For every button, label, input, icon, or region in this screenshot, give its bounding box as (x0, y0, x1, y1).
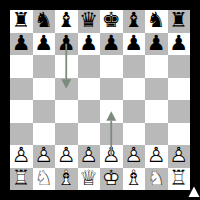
square-h2[interactable]: ♟♙ (168, 145, 191, 168)
black-queen[interactable]: ♛ (78, 10, 101, 33)
square-e1[interactable]: ♚♔ (100, 168, 123, 191)
piece-glyph: ♜ (12, 10, 31, 31)
square-f2[interactable]: ♟♙ (123, 145, 146, 168)
piece-outline-layer: ♙ (57, 145, 76, 166)
piece-outline-layer: ♙ (169, 145, 188, 166)
piece-outline-layer: ♙ (102, 145, 121, 166)
square-b7[interactable]: ♟ (33, 33, 56, 56)
square-e2[interactable]: ♟♙ (100, 145, 123, 168)
square-h5[interactable] (168, 78, 191, 101)
piece-outline-layer: ♙ (124, 145, 143, 166)
white-king[interactable]: ♚♔ (100, 168, 123, 191)
square-g5[interactable] (145, 78, 168, 101)
piece-glyph: ♝ (124, 10, 143, 31)
white-rook[interactable]: ♜♖ (10, 168, 33, 191)
square-h1[interactable]: ♜♖ (168, 168, 191, 191)
square-e8[interactable]: ♚ (100, 10, 123, 33)
black-pawn[interactable]: ♟ (55, 33, 78, 56)
black-knight[interactable]: ♞ (145, 10, 168, 33)
piece-outline-layer: ♙ (147, 145, 166, 166)
piece-glyph: ♟ (57, 33, 76, 54)
square-b4[interactable] (33, 100, 56, 123)
square-f7[interactable]: ♟ (123, 33, 146, 56)
square-f1[interactable]: ♝♗ (123, 168, 146, 191)
piece-outline-layer: ♙ (79, 145, 98, 166)
square-g8[interactable]: ♞ (145, 10, 168, 33)
black-king[interactable]: ♚ (100, 10, 123, 33)
black-pawn[interactable]: ♟ (100, 33, 123, 56)
square-a7[interactable]: ♟ (10, 33, 33, 56)
square-f6[interactable] (123, 55, 146, 78)
white-pawn[interactable]: ♟♙ (145, 145, 168, 168)
square-c3[interactable] (55, 123, 78, 146)
square-c4[interactable] (55, 100, 78, 123)
square-a2[interactable]: ♟♙ (10, 145, 33, 168)
white-to-move-indicator (189, 187, 200, 198)
square-h8[interactable]: ♜ (168, 10, 191, 33)
square-c8[interactable]: ♝ (55, 10, 78, 33)
piece-outline-layer: ♗ (57, 168, 76, 189)
black-rook[interactable]: ♜ (10, 10, 33, 33)
square-c5[interactable] (55, 78, 78, 101)
piece-outline-layer: ♙ (34, 145, 53, 166)
square-g6[interactable] (145, 55, 168, 78)
white-bishop[interactable]: ♝♗ (123, 168, 146, 191)
piece-outline-layer: ♗ (124, 168, 143, 189)
square-a8[interactable]: ♜ (10, 10, 33, 33)
white-queen[interactable]: ♛♕ (78, 168, 101, 191)
white-pawn[interactable]: ♟♙ (55, 145, 78, 168)
black-pawn[interactable]: ♟ (168, 33, 191, 56)
square-a5[interactable] (10, 78, 33, 101)
square-e6[interactable] (100, 55, 123, 78)
square-d3[interactable] (78, 123, 101, 146)
white-pawn[interactable]: ♟♙ (10, 145, 33, 168)
square-h4[interactable] (168, 100, 191, 123)
piece-glyph: ♞ (147, 10, 166, 31)
square-e7[interactable]: ♟ (100, 33, 123, 56)
white-pawn[interactable]: ♟♙ (33, 145, 56, 168)
white-knight[interactable]: ♞♘ (33, 168, 56, 191)
piece-glyph: ♚ (102, 10, 121, 31)
black-bishop[interactable]: ♝ (55, 10, 78, 33)
white-bishop[interactable]: ♝♗ (55, 168, 78, 191)
piece-glyph: ♜ (169, 10, 188, 31)
square-g7[interactable]: ♟ (145, 33, 168, 56)
square-d8[interactable]: ♛ (78, 10, 101, 33)
square-e3[interactable] (100, 123, 123, 146)
piece-outline-layer: ♘ (147, 168, 166, 189)
square-h3[interactable] (168, 123, 191, 146)
square-a1[interactable]: ♜♖ (10, 168, 33, 191)
piece-glyph: ♟ (124, 33, 143, 54)
piece-outline-layer: ♖ (12, 168, 31, 189)
square-d6[interactable] (78, 55, 101, 78)
square-h6[interactable] (168, 55, 191, 78)
piece-glyph: ♝ (57, 10, 76, 31)
black-pawn[interactable]: ♟ (10, 33, 33, 56)
square-d2[interactable]: ♟♙ (78, 145, 101, 168)
black-rook[interactable]: ♜ (168, 10, 191, 33)
black-pawn[interactable]: ♟ (145, 33, 168, 56)
white-pawn[interactable]: ♟♙ (123, 145, 146, 168)
white-rook[interactable]: ♜♖ (168, 168, 191, 191)
square-f4[interactable] (123, 100, 146, 123)
square-e5[interactable] (100, 78, 123, 101)
piece-glyph: ♟ (169, 33, 188, 54)
square-f3[interactable] (123, 123, 146, 146)
square-g2[interactable]: ♟♙ (145, 145, 168, 168)
square-b6[interactable] (33, 55, 56, 78)
piece-outline-layer: ♙ (12, 145, 31, 166)
chess-diagram: ♜♞♝♛♚♝♞♜♟♟♟♟♟♟♟♟♟♙♟♙♟♙♟♙♟♙♟♙♟♙♟♙♜♖♞♘♝♗♛♕… (0, 0, 200, 200)
black-pawn[interactable]: ♟ (123, 33, 146, 56)
piece-glyph: ♟ (12, 33, 31, 54)
black-bishop[interactable]: ♝ (123, 10, 146, 33)
square-c1[interactable]: ♝♗ (55, 168, 78, 191)
square-c7[interactable]: ♟ (55, 33, 78, 56)
square-a4[interactable] (10, 100, 33, 123)
chess-board[interactable]: ♜♞♝♛♚♝♞♜♟♟♟♟♟♟♟♟♟♙♟♙♟♙♟♙♟♙♟♙♟♙♟♙♜♖♞♘♝♗♛♕… (10, 10, 190, 190)
square-h7[interactable]: ♟ (168, 33, 191, 56)
square-g4[interactable] (145, 100, 168, 123)
black-pawn[interactable]: ♟ (33, 33, 56, 56)
square-d1[interactable]: ♛♕ (78, 168, 101, 191)
piece-glyph: ♟ (147, 33, 166, 54)
square-a6[interactable] (10, 55, 33, 78)
square-b3[interactable] (33, 123, 56, 146)
square-c2[interactable]: ♟♙ (55, 145, 78, 168)
square-f8[interactable]: ♝ (123, 10, 146, 33)
square-d4[interactable] (78, 100, 101, 123)
white-pawn[interactable]: ♟♙ (168, 145, 191, 168)
piece-glyph: ♟ (102, 33, 121, 54)
piece-outline-layer: ♘ (34, 168, 53, 189)
square-b5[interactable] (33, 78, 56, 101)
piece-glyph: ♞ (34, 10, 53, 31)
square-b2[interactable]: ♟♙ (33, 145, 56, 168)
square-c6[interactable] (55, 55, 78, 78)
square-d5[interactable] (78, 78, 101, 101)
square-g3[interactable] (145, 123, 168, 146)
square-f5[interactable] (123, 78, 146, 101)
black-pawn[interactable]: ♟ (78, 33, 101, 56)
square-g1[interactable]: ♞♘ (145, 168, 168, 191)
square-e4[interactable] (100, 100, 123, 123)
square-b8[interactable]: ♞ (33, 10, 56, 33)
piece-glyph: ♟ (79, 33, 98, 54)
white-pawn[interactable]: ♟♙ (100, 145, 123, 168)
piece-glyph: ♟ (34, 33, 53, 54)
square-b1[interactable]: ♞♘ (33, 168, 56, 191)
piece-outline-layer: ♔ (102, 168, 121, 189)
piece-glyph: ♛ (79, 10, 98, 31)
square-d7[interactable]: ♟ (78, 33, 101, 56)
white-pawn[interactable]: ♟♙ (78, 145, 101, 168)
black-knight[interactable]: ♞ (33, 10, 56, 33)
piece-outline-layer: ♖ (169, 168, 188, 189)
white-knight[interactable]: ♞♘ (145, 168, 168, 191)
piece-outline-layer: ♕ (79, 168, 98, 189)
square-a3[interactable] (10, 123, 33, 146)
